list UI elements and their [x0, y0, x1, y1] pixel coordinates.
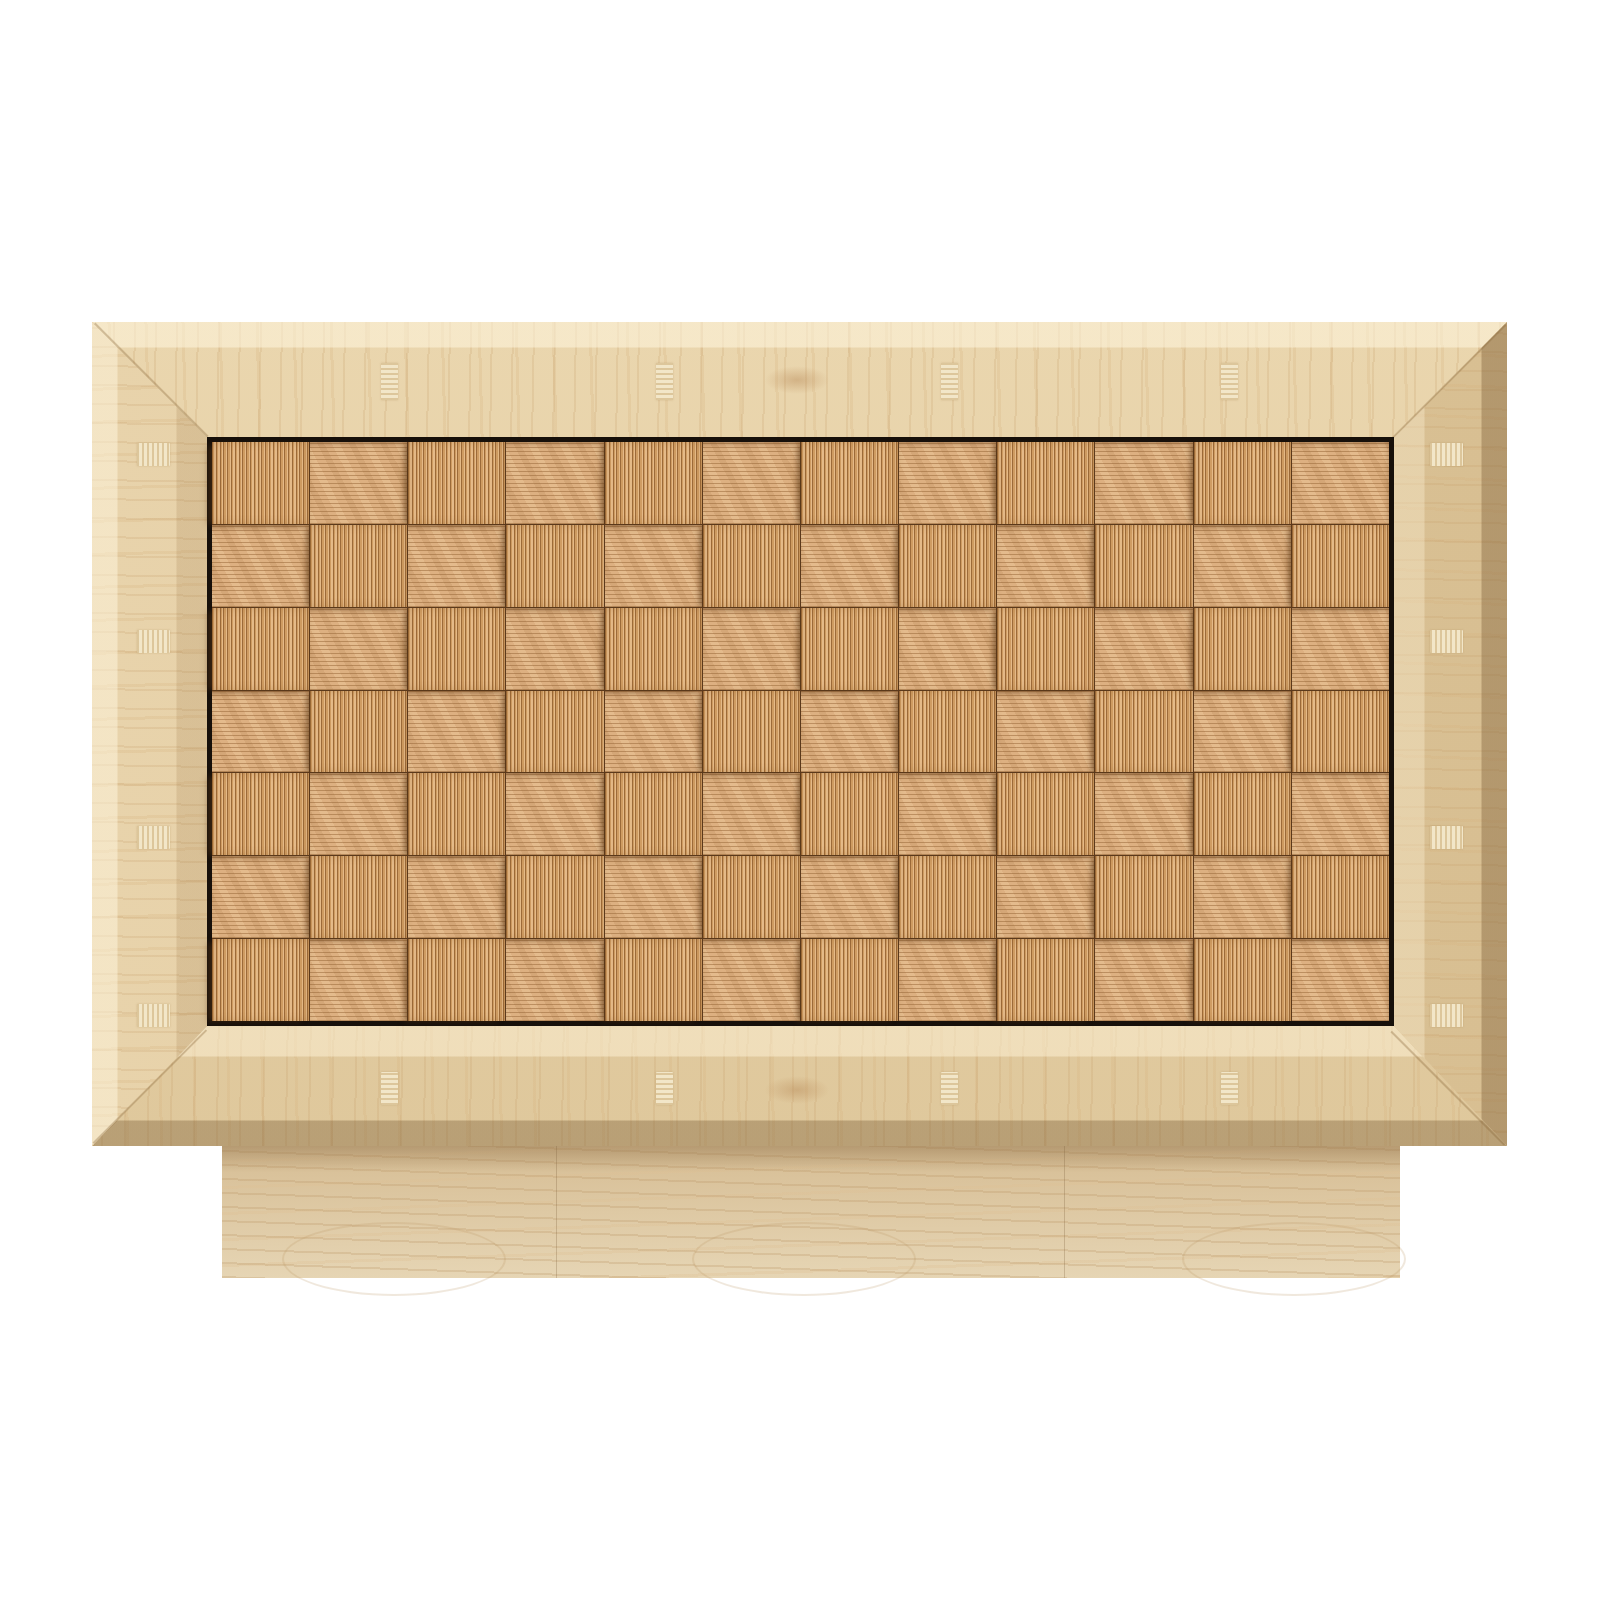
- board-cell-r7c2: [310, 939, 407, 1021]
- board-cell-r7c8: [899, 939, 996, 1021]
- board-cell-r1c4: [506, 442, 603, 524]
- inlay-key: [656, 1072, 673, 1105]
- board-cell-r2c12: [1292, 525, 1389, 607]
- board-cell-r6c3: [408, 856, 505, 938]
- board-cell-r1c2: [310, 442, 407, 524]
- product-image: [0, 0, 1600, 1600]
- board-cell-r4c7: [801, 691, 898, 773]
- board-cell-r4c11: [1194, 691, 1291, 773]
- board-cell-r5c11: [1194, 773, 1291, 855]
- board-black-border: [207, 437, 1394, 1026]
- inlay-key: [656, 363, 673, 400]
- board-cell-r2c1: [212, 525, 309, 607]
- board-cell-r2c7: [801, 525, 898, 607]
- board-cell-r7c9: [997, 939, 1094, 1021]
- inlay-key: [1430, 443, 1463, 466]
- board-cell-r5c4: [506, 773, 603, 855]
- inlay-key: [1221, 1072, 1238, 1105]
- board-cell-r3c2: [310, 608, 407, 690]
- board-cell-r5c9: [997, 773, 1094, 855]
- board-cell-r7c4: [506, 939, 603, 1021]
- board-cell-r3c12: [1292, 608, 1389, 690]
- board-cell-r5c2: [310, 773, 407, 855]
- board-cell-r2c10: [1095, 525, 1192, 607]
- base-grain-swirl: [692, 1222, 916, 1296]
- board-cell-r6c1: [212, 856, 309, 938]
- board-cell-r3c4: [506, 608, 603, 690]
- board-cell-r6c9: [997, 856, 1094, 938]
- board-cell-r4c10: [1095, 691, 1192, 773]
- board-cell-r5c5: [605, 773, 702, 855]
- board-cell-r2c5: [605, 525, 702, 607]
- board-cell-r4c4: [506, 691, 603, 773]
- board-cell-r5c10: [1095, 773, 1192, 855]
- board-cell-r2c2: [310, 525, 407, 607]
- inlay-key: [137, 826, 170, 849]
- board-cell-r1c3: [408, 442, 505, 524]
- board-cell-r4c9: [997, 691, 1094, 773]
- base-grain-swirl: [1182, 1222, 1406, 1296]
- board-cell-r3c9: [997, 608, 1094, 690]
- board-cell-r4c2: [310, 691, 407, 773]
- board-cell-r4c1: [212, 691, 309, 773]
- board-cell-r2c8: [899, 525, 996, 607]
- inlay-key: [137, 630, 170, 653]
- board-cell-r7c5: [605, 939, 702, 1021]
- board-cell-r7c10: [1095, 939, 1192, 1021]
- board-cell-r3c10: [1095, 608, 1192, 690]
- board-cell-r5c1: [212, 773, 309, 855]
- base-board-seam: [1064, 1146, 1065, 1278]
- board-cell-r5c8: [899, 773, 996, 855]
- board-cell-r2c9: [997, 525, 1094, 607]
- inlay-key: [381, 1072, 398, 1105]
- board-cell-r3c3: [408, 608, 505, 690]
- board-cell-r6c6: [703, 856, 800, 938]
- board-cell-r6c12: [1292, 856, 1389, 938]
- board-cell-r1c9: [997, 442, 1094, 524]
- board-cabinet: [92, 322, 1507, 1146]
- board-cell-r4c12: [1292, 691, 1389, 773]
- board-cell-r1c12: [1292, 442, 1389, 524]
- board-cell-r6c8: [899, 856, 996, 938]
- board-cell-r7c12: [1292, 939, 1389, 1021]
- board-cell-r1c11: [1194, 442, 1291, 524]
- board-cell-r5c7: [801, 773, 898, 855]
- board-cell-r4c8: [899, 691, 996, 773]
- inlay-key: [1430, 1004, 1463, 1027]
- inlay-key: [1430, 630, 1463, 653]
- board-cell-r2c3: [408, 525, 505, 607]
- board-cell-r6c11: [1194, 856, 1291, 938]
- inlay-key: [1430, 826, 1463, 849]
- game-board: [212, 442, 1389, 1021]
- board-cell-r1c10: [1095, 442, 1192, 524]
- inlay-key: [1221, 363, 1238, 400]
- board-cell-r1c6: [703, 442, 800, 524]
- board-cell-r7c6: [703, 939, 800, 1021]
- board-cell-r3c1: [212, 608, 309, 690]
- board-cell-r6c10: [1095, 856, 1192, 938]
- board-cell-r3c11: [1194, 608, 1291, 690]
- board-cell-r1c1: [212, 442, 309, 524]
- inlay-key: [381, 363, 398, 400]
- board-cell-r4c3: [408, 691, 505, 773]
- board-cell-r6c7: [801, 856, 898, 938]
- board-cell-r3c6: [703, 608, 800, 690]
- board-cell-r2c4: [506, 525, 603, 607]
- inlay-key: [941, 363, 958, 400]
- board-cell-r1c8: [899, 442, 996, 524]
- board-cell-r1c7: [801, 442, 898, 524]
- plinth-base: [222, 1146, 1400, 1278]
- board-cell-r3c8: [899, 608, 996, 690]
- board-cell-r3c7: [801, 608, 898, 690]
- inlay-key: [137, 443, 170, 466]
- board-cell-r7c11: [1194, 939, 1291, 1021]
- board-cell-r4c6: [703, 691, 800, 773]
- board-cell-r4c5: [605, 691, 702, 773]
- base-board-seam: [556, 1146, 557, 1278]
- board-cell-r6c4: [506, 856, 603, 938]
- board-cell-r7c3: [408, 939, 505, 1021]
- inlay-key: [137, 1004, 170, 1027]
- board-cell-r5c12: [1292, 773, 1389, 855]
- board-cell-r2c11: [1194, 525, 1291, 607]
- board-cell-r1c5: [605, 442, 702, 524]
- board-cell-r7c1: [212, 939, 309, 1021]
- board-cell-r7c7: [801, 939, 898, 1021]
- base-grain-swirl: [282, 1222, 506, 1296]
- board-cell-r2c6: [703, 525, 800, 607]
- board-cell-r5c3: [408, 773, 505, 855]
- board-cell-r6c2: [310, 856, 407, 938]
- board-cell-r5c6: [703, 773, 800, 855]
- board-cell-r6c5: [605, 856, 702, 938]
- board-cell-r3c5: [605, 608, 702, 690]
- inlay-key: [941, 1072, 958, 1105]
